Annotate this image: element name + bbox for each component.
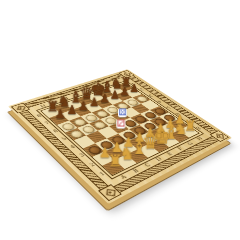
die-d4[interactable]: ⚂ xyxy=(116,120,125,129)
light-rook-a1[interactable]: ♜ xyxy=(107,152,123,168)
board-face: ABCDEFGH ABCDEFGH 87654321 87654321 ♜♞♝♛… xyxy=(8,69,232,204)
dark-pawn-a7[interactable]: ♟ xyxy=(53,108,67,120)
game-board: ABCDEFGH ABCDEFGH 87654321 87654321 ♜♞♝♛… xyxy=(8,69,232,204)
photo-canvas: ABCDEFGH ABCDEFGH 87654321 87654321 ♜♞♝♛… xyxy=(0,0,240,240)
die-e5[interactable]: ⚄ xyxy=(118,109,127,118)
